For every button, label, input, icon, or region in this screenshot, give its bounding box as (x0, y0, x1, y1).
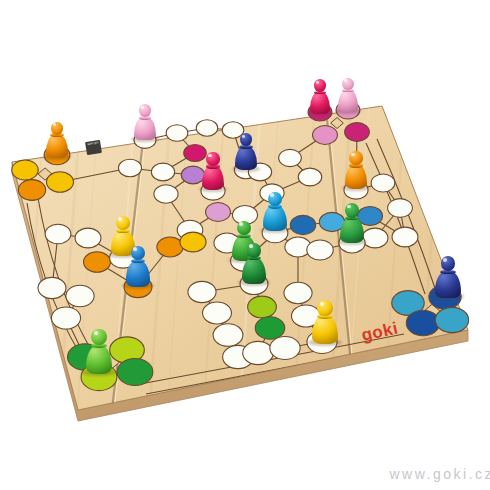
track-circle-white (298, 168, 321, 186)
pawn-highlight (320, 302, 324, 306)
track-circle-white (118, 159, 141, 177)
pawn-highlight (443, 258, 447, 262)
pawn-lightpink[interactable] (134, 104, 155, 140)
pawn-body (312, 316, 338, 344)
track-circle-white (243, 341, 274, 364)
home-circle-yellow (12, 160, 38, 180)
pawn-body (86, 346, 113, 374)
home-circle-lightpink (313, 126, 338, 145)
track-circle-white (213, 324, 243, 347)
track-circle-lightgreen2 (248, 296, 277, 318)
pawn-body (46, 135, 68, 158)
track-circle-white (151, 163, 174, 181)
track-circle-white (51, 307, 80, 329)
pawn-highlight (316, 81, 319, 84)
pawn-mediumgreen[interactable] (340, 203, 364, 243)
pawn-body (134, 118, 155, 140)
track-circle-white (154, 185, 178, 203)
spiel-gut-award-stamp: spiel gut (85, 140, 102, 155)
track-circle-white (388, 199, 413, 218)
track-circle-white (196, 120, 218, 136)
track-circle-white (284, 282, 312, 303)
pawn-highlight (242, 135, 246, 138)
product-photo-stage: goki spiel gut www.goki.cz (0, 0, 490, 490)
pawn-highlight (133, 247, 137, 251)
pawn-body (340, 218, 364, 243)
pawn-body (263, 206, 287, 231)
track-circle-white (203, 302, 232, 324)
track-circle-white (166, 125, 188, 142)
pawn-lightpink[interactable] (338, 78, 359, 112)
pawn-lightgreen[interactable] (86, 329, 113, 374)
pawn-highlight (141, 106, 144, 109)
pawn-orange[interactable] (46, 122, 68, 158)
home-circle-orange (18, 180, 45, 201)
home-circle-navyblue (406, 310, 439, 335)
home-circle-yellow (47, 172, 74, 193)
pawn-highlight (94, 331, 98, 335)
pawn-teal[interactable] (263, 192, 287, 231)
track-circle-darkgreen2 (255, 317, 285, 339)
home-circle-darkgreen (117, 358, 153, 385)
track-circle-darkblue (290, 215, 315, 234)
pawn-navy[interactable] (235, 133, 257, 170)
track-circle-white (75, 228, 101, 248)
track-circle-white (392, 227, 418, 247)
pawn-darkgreen[interactable] (242, 243, 267, 284)
pawn-highlight (118, 217, 122, 221)
track-circle-white (371, 174, 395, 192)
pawn-navy[interactable] (435, 256, 460, 298)
pawn-body (435, 272, 460, 298)
pawn-yellow[interactable] (312, 300, 338, 344)
track-circle-pinktrack (206, 203, 231, 222)
pawn-body (242, 258, 267, 284)
track-circle-white (45, 224, 71, 244)
watermark-url: www.goki.cz (389, 466, 490, 482)
track-circle-white (188, 281, 216, 302)
home-circle-darkpink (345, 123, 370, 142)
pawn-highlight (270, 193, 274, 197)
pawn-body (338, 90, 359, 112)
pawn-body (202, 166, 225, 190)
pawn-body (345, 165, 368, 189)
pawn-body (235, 147, 257, 170)
track-circle-yellow (180, 232, 206, 252)
pawn-magenta[interactable] (202, 152, 225, 190)
track-circle-white (270, 336, 300, 359)
pawn-body (126, 261, 151, 287)
track-circle-white (279, 149, 302, 166)
track-circle-white (66, 285, 94, 306)
track-circle-white (38, 277, 66, 298)
track-circle-orange (157, 237, 183, 257)
pawn-orange[interactable] (345, 151, 368, 189)
pawn-body (310, 92, 331, 114)
track-circle-orange (84, 252, 111, 272)
track-circle-white (362, 228, 388, 248)
track-circle-white (307, 240, 333, 260)
pawn-highlight (249, 244, 253, 248)
pawn-blue[interactable] (126, 246, 151, 287)
pawn-highlight (239, 222, 243, 226)
home-circle-teal (435, 307, 468, 332)
pawn-magenta[interactable] (310, 79, 331, 114)
